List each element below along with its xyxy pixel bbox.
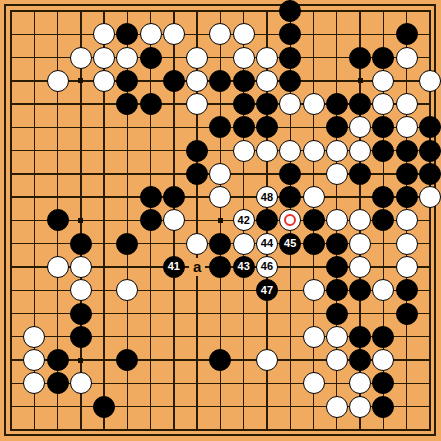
stone-black [186, 163, 208, 185]
stone-black [47, 209, 69, 231]
circle-mark [284, 214, 296, 226]
stone-black [47, 349, 69, 371]
stone-black [233, 116, 255, 138]
stone-white [303, 186, 325, 208]
stone-black [419, 163, 441, 185]
stone-black [186, 140, 208, 162]
stone-black [279, 70, 301, 92]
stone-black [396, 279, 418, 301]
stone-white [396, 116, 418, 138]
stone-white [116, 47, 138, 69]
stone-black [326, 233, 348, 255]
stone-white [303, 93, 325, 115]
stone-black-move-43: 43 [233, 256, 255, 278]
stone-black [140, 47, 162, 69]
stone-white [93, 70, 115, 92]
grid-line-horizontal [10, 429, 430, 430]
stone-black [372, 47, 394, 69]
stone-white [349, 140, 371, 162]
stone-black [326, 93, 348, 115]
stone-black [349, 47, 371, 69]
stone-white [256, 349, 278, 371]
stone-black [116, 70, 138, 92]
star-point [78, 358, 83, 363]
stone-white [326, 140, 348, 162]
stone-white [303, 372, 325, 394]
star-point [218, 218, 223, 223]
stone-white [396, 47, 418, 69]
stone-white [256, 140, 278, 162]
stone-black [349, 326, 371, 348]
stone-black [419, 116, 441, 138]
stone-black [396, 163, 418, 185]
stone-white [70, 279, 92, 301]
stone-black [93, 396, 115, 418]
stone-black [349, 163, 371, 185]
stone-black [70, 303, 92, 325]
stone-black [396, 186, 418, 208]
stone-black [326, 303, 348, 325]
stone-white [326, 396, 348, 418]
stone-black [396, 140, 418, 162]
stone-black-move-45: 45 [279, 233, 301, 255]
stone-white [23, 326, 45, 348]
stone-white [233, 47, 255, 69]
star-point [78, 78, 83, 83]
stone-white [233, 233, 255, 255]
stone-white [140, 23, 162, 45]
stone-black [372, 140, 394, 162]
star-point [358, 78, 363, 83]
stone-black [140, 93, 162, 115]
stone-white [326, 349, 348, 371]
stone-black [326, 256, 348, 278]
stone-black [116, 233, 138, 255]
stone-white-move-42: 42 [233, 209, 255, 231]
stone-white [70, 47, 92, 69]
stone-black [396, 23, 418, 45]
stone-white [163, 23, 185, 45]
stone-white [47, 256, 69, 278]
stone-black [209, 233, 231, 255]
stone-black [70, 326, 92, 348]
stone-black [279, 163, 301, 185]
stone-black [372, 396, 394, 418]
stone-white [372, 70, 394, 92]
stone-white-move-46: 46 [256, 256, 278, 278]
stone-black [303, 209, 325, 231]
stone-white [256, 70, 278, 92]
stone-white [349, 256, 371, 278]
stone-white [70, 372, 92, 394]
stone-white [279, 140, 301, 162]
stone-black-move-41: 41 [163, 256, 185, 278]
stone-white [419, 186, 441, 208]
stone-black [163, 186, 185, 208]
stone-white-move-44: 44 [256, 233, 278, 255]
stone-white [256, 47, 278, 69]
star-point [78, 218, 83, 223]
stone-white [326, 163, 348, 185]
stone-white [233, 140, 255, 162]
stone-black [303, 233, 325, 255]
stone-white [419, 70, 441, 92]
stone-white [349, 396, 371, 418]
stone-black [70, 233, 92, 255]
stone-black [47, 372, 69, 394]
stone-white [303, 326, 325, 348]
stone-white [396, 256, 418, 278]
point-label-a: a [189, 258, 205, 276]
stone-black [256, 93, 278, 115]
stone-white [349, 233, 371, 255]
stone-white [186, 47, 208, 69]
stone-black [326, 279, 348, 301]
stone-white [233, 23, 255, 45]
stone-white [303, 140, 325, 162]
go-diagram-screenshot: 4842444541434647 a [0, 0, 441, 441]
go-board: 4842444541434647 a [0, 0, 441, 441]
stone-white-move-48: 48 [256, 186, 278, 208]
stone-black [233, 70, 255, 92]
stone-white [326, 326, 348, 348]
stone-black [279, 47, 301, 69]
stone-black [396, 303, 418, 325]
stone-white [303, 279, 325, 301]
stone-white [396, 209, 418, 231]
stone-black [233, 93, 255, 115]
stone-white [47, 70, 69, 92]
stone-black [349, 349, 371, 371]
stone-black [326, 116, 348, 138]
stone-white [186, 233, 208, 255]
stone-white [186, 70, 208, 92]
stone-white [396, 233, 418, 255]
stone-black [349, 93, 371, 115]
stone-white [396, 93, 418, 115]
stone-black [140, 186, 162, 208]
stone-white [70, 256, 92, 278]
stone-black [140, 209, 162, 231]
stone-black [372, 326, 394, 348]
stone-black [419, 140, 441, 162]
stone-white [93, 47, 115, 69]
stone-black [163, 70, 185, 92]
